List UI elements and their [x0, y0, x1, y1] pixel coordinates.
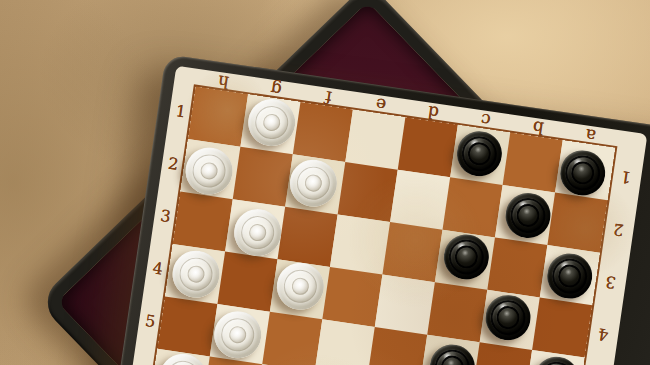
square-a2: [547, 193, 607, 253]
square-c2: [443, 177, 503, 237]
square-f1: [293, 102, 353, 162]
square-g4: [217, 252, 277, 312]
rank-label-left-1: 1: [175, 103, 187, 120]
file-label-top-g: g: [269, 80, 282, 98]
square-d1: [398, 117, 458, 177]
file-label-top-h: h: [216, 72, 229, 90]
square-f3: [278, 207, 338, 267]
file-label-top-a: a: [584, 126, 596, 144]
square-e3: [330, 214, 390, 274]
square-g2: [233, 147, 293, 207]
square-b1: [503, 133, 563, 193]
file-label-top-b: b: [531, 118, 544, 136]
board-face: hgfedcba123451234: [110, 66, 648, 365]
rank-label-right-2: 2: [612, 220, 624, 237]
square-d3: [382, 222, 442, 282]
square-e1: [345, 110, 405, 170]
square-e2: [338, 162, 398, 222]
square-e5: [315, 319, 375, 365]
rank-label-left-3: 3: [159, 207, 171, 224]
rank-label-left-5: 5: [144, 312, 156, 329]
file-label-top-f: f: [324, 88, 333, 106]
square-h1: [188, 87, 248, 147]
photo-stage: hgfedcba123451234: [0, 0, 650, 365]
file-label-top-c: c: [479, 111, 491, 129]
board-case: hgfedcba123451234: [98, 54, 650, 365]
square-a4: [532, 298, 592, 358]
file-label-top-d: d: [426, 103, 439, 121]
rank-label-left-4: 4: [152, 260, 164, 277]
square-d5: [367, 327, 427, 365]
rank-label-right-1: 1: [620, 168, 632, 185]
square-d4: [375, 275, 435, 335]
rank-label-left-2: 2: [167, 155, 179, 172]
square-f5: [262, 312, 322, 365]
square-c4: [427, 282, 487, 342]
square-b3: [487, 237, 547, 297]
square-h3: [173, 192, 233, 252]
square-e4: [322, 267, 382, 327]
square-d2: [390, 170, 450, 230]
file-label-top-e: e: [374, 95, 386, 113]
rank-label-right-4: 4: [597, 325, 609, 342]
rank-label-right-3: 3: [605, 272, 617, 289]
square-h5: [157, 296, 217, 356]
